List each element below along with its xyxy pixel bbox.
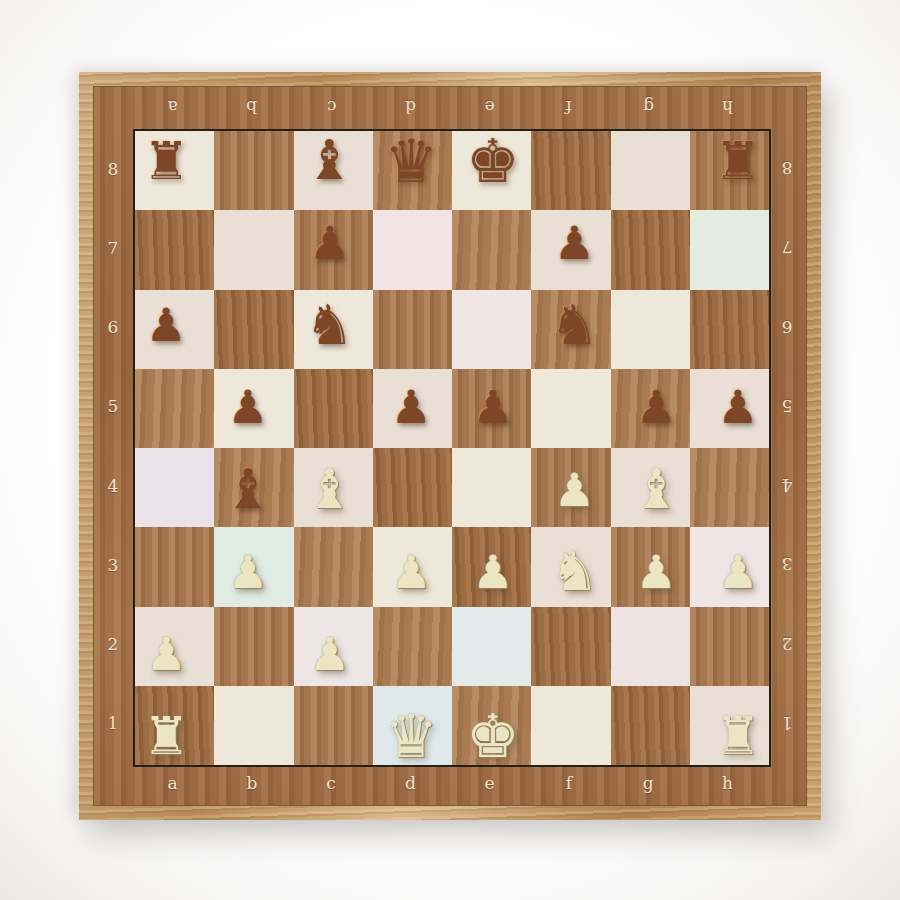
file-label-g: g — [609, 86, 688, 128]
file-label-b: b — [212, 763, 291, 803]
square-h1[interactable]: ♜ — [690, 686, 769, 765]
cream-pawn-e3[interactable]: ♟ — [453, 532, 532, 611]
rank-label-7: 7 — [93, 208, 133, 287]
cream-pawn-h3[interactable]: ♟ — [698, 532, 777, 611]
square-c7[interactable]: ♟ — [294, 210, 373, 289]
square-b6[interactable] — [214, 290, 293, 369]
cream-knight-f3[interactable]: ♞ — [535, 532, 614, 611]
square-h7[interactable] — [690, 210, 769, 289]
brown-knight-c6[interactable]: ♞ — [290, 285, 369, 364]
square-f3[interactable]: ♞ — [531, 527, 610, 606]
square-a5[interactable] — [135, 369, 214, 448]
cream-pawn-b3[interactable]: ♟ — [208, 532, 287, 611]
brown-pawn-b5[interactable]: ♟ — [208, 367, 287, 446]
square-c6[interactable]: ♞ — [294, 290, 373, 369]
file-label-f: f — [529, 86, 608, 128]
rank-label-5: 5 — [93, 367, 133, 446]
brown-knight-f6[interactable]: ♞ — [535, 285, 614, 364]
cream-pawn-a2[interactable]: ♟ — [127, 614, 206, 693]
square-g2[interactable] — [611, 607, 690, 686]
cream-bishop-c4[interactable]: ♝ — [290, 450, 369, 529]
square-b2[interactable] — [214, 607, 293, 686]
square-a1[interactable]: ♜ — [135, 686, 214, 765]
square-c1[interactable] — [294, 686, 373, 765]
square-e4[interactable] — [452, 448, 531, 527]
rank-label-2: 2 — [767, 605, 807, 684]
square-c4[interactable]: ♝ — [294, 448, 373, 527]
square-g8[interactable] — [611, 131, 690, 210]
brown-pawn-d5[interactable]: ♟ — [372, 367, 451, 446]
square-h3[interactable]: ♟ — [690, 527, 769, 606]
square-h6[interactable] — [690, 290, 769, 369]
cream-bishop-g4[interactable]: ♝ — [617, 450, 696, 529]
square-h4[interactable] — [690, 448, 769, 527]
square-e2[interactable] — [452, 607, 531, 686]
square-f7[interactable]: ♟ — [531, 210, 610, 289]
brown-king-e8[interactable]: ♚ — [453, 121, 532, 200]
square-g7[interactable] — [611, 210, 690, 289]
cream-rook-a1[interactable]: ♜ — [127, 696, 206, 775]
square-f6[interactable]: ♞ — [531, 290, 610, 369]
square-g3[interactable]: ♟ — [611, 527, 690, 606]
square-a7[interactable] — [135, 210, 214, 289]
rank-label-4: 4 — [767, 446, 807, 525]
square-c8[interactable]: ♝ — [294, 131, 373, 210]
square-a4[interactable] — [135, 448, 214, 527]
square-b3[interactable]: ♟ — [214, 527, 293, 606]
square-f2[interactable] — [531, 607, 610, 686]
square-g6[interactable] — [611, 290, 690, 369]
square-d6[interactable] — [373, 290, 452, 369]
square-h2[interactable] — [690, 607, 769, 686]
square-b5[interactable]: ♟ — [214, 369, 293, 448]
cream-pawn-c2[interactable]: ♟ — [290, 614, 369, 693]
square-b8[interactable] — [214, 131, 293, 210]
chess-board: abcdefgh abcdefgh 87654321 87654321 ♜♝♛♚… — [79, 72, 821, 820]
rank-label-4: 4 — [93, 446, 133, 525]
brown-bishop-c8[interactable]: ♝ — [290, 121, 369, 200]
square-g4[interactable]: ♝ — [611, 448, 690, 527]
brown-pawn-g5[interactable]: ♟ — [617, 367, 696, 446]
cream-pawn-g3[interactable]: ♟ — [617, 532, 696, 611]
cream-king-e1[interactable]: ♚ — [453, 696, 532, 775]
file-label-c: c — [292, 763, 371, 803]
square-d3[interactable]: ♟ — [373, 527, 452, 606]
rank-label-3: 3 — [93, 525, 133, 604]
square-b7[interactable] — [214, 210, 293, 289]
file-label-f: f — [529, 763, 608, 803]
brown-pawn-f7[interactable]: ♟ — [535, 203, 614, 282]
square-f1[interactable] — [531, 686, 610, 765]
square-g1[interactable] — [611, 686, 690, 765]
square-a2[interactable]: ♟ — [135, 607, 214, 686]
square-e1[interactable]: ♚ — [452, 686, 531, 765]
square-f8[interactable] — [531, 131, 610, 210]
file-label-g: g — [609, 763, 688, 803]
brown-pawn-e5[interactable]: ♟ — [453, 367, 532, 446]
square-c5[interactable] — [294, 369, 373, 448]
square-c3[interactable] — [294, 527, 373, 606]
board-field: abcdefgh abcdefgh 87654321 87654321 ♜♝♛♚… — [93, 86, 807, 806]
brown-pawn-h5[interactable]: ♟ — [698, 367, 777, 446]
cream-queen-d1[interactable]: ♛ — [372, 696, 451, 775]
brown-pawn-c7[interactable]: ♟ — [290, 203, 369, 282]
rank-label-7: 7 — [767, 208, 807, 287]
square-g5[interactable]: ♟ — [611, 369, 690, 448]
square-d4[interactable] — [373, 448, 452, 527]
square-b1[interactable] — [214, 686, 293, 765]
square-d7[interactable] — [373, 210, 452, 289]
square-e5[interactable]: ♟ — [452, 369, 531, 448]
square-h8[interactable]: ♜ — [690, 131, 769, 210]
square-d5[interactable]: ♟ — [373, 369, 452, 448]
play-area: ♜♝♛♚♜♟♟♟♞♞♟♟♟♟♟♝♝♟♝♟♟♟♞♟♟♟♟♜♛♚♜ — [133, 129, 771, 767]
square-d8[interactable]: ♛ — [373, 131, 452, 210]
square-b4[interactable]: ♝ — [214, 448, 293, 527]
brown-bishop-b4[interactable]: ♝ — [208, 450, 287, 529]
square-e3[interactable]: ♟ — [452, 527, 531, 606]
brown-queen-d8[interactable]: ♛ — [372, 121, 451, 200]
square-c2[interactable]: ♟ — [294, 607, 373, 686]
square-d2[interactable] — [373, 607, 452, 686]
brown-pawn-a6[interactable]: ♟ — [127, 285, 206, 364]
file-label-b: b — [212, 86, 291, 128]
square-f5[interactable] — [531, 369, 610, 448]
cream-pawn-d3[interactable]: ♟ — [372, 532, 451, 611]
cream-pawn-f4[interactable]: ♟ — [535, 450, 614, 529]
square-a6[interactable]: ♟ — [135, 290, 214, 369]
square-a3[interactable] — [135, 527, 214, 606]
square-e6[interactable] — [452, 290, 531, 369]
photo-background: { "game": "chess", "scene": "overhead ph… — [0, 0, 900, 900]
square-e8[interactable]: ♚ — [452, 131, 531, 210]
square-e7[interactable] — [452, 210, 531, 289]
cream-rook-h1[interactable]: ♜ — [698, 696, 777, 775]
square-a8[interactable]: ♜ — [135, 131, 214, 210]
rank-label-6: 6 — [767, 288, 807, 367]
square-f4[interactable]: ♟ — [531, 448, 610, 527]
brown-rook-a8[interactable]: ♜ — [127, 121, 206, 200]
brown-rook-h8[interactable]: ♜ — [698, 121, 777, 200]
square-h5[interactable]: ♟ — [690, 369, 769, 448]
square-d1[interactable]: ♛ — [373, 686, 452, 765]
